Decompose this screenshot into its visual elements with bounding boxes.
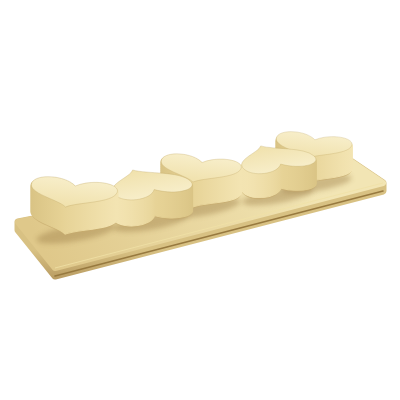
heart-tray-illustration: [0, 0, 400, 400]
product-render: [0, 0, 400, 400]
